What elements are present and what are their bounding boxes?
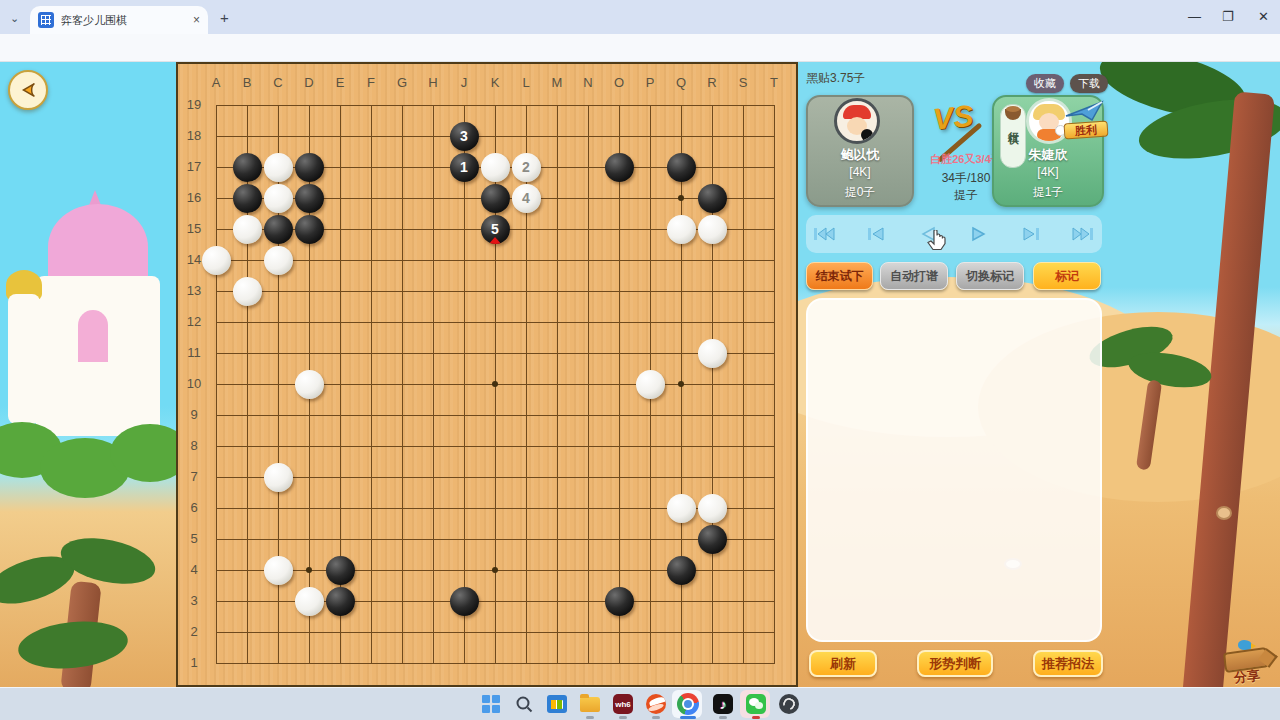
stone-B17[interactable] bbox=[233, 153, 262, 182]
star-point bbox=[678, 195, 684, 201]
star-point bbox=[678, 381, 684, 387]
stone-R6[interactable] bbox=[698, 494, 727, 523]
col-label: C bbox=[263, 75, 293, 90]
row-label: 10 bbox=[180, 376, 208, 391]
windows-taskbar bbox=[0, 687, 1280, 720]
last-move-marker bbox=[487, 237, 503, 244]
col-label: E bbox=[325, 75, 355, 90]
nav-next-move-button[interactable] bbox=[965, 222, 993, 246]
stone-Q6[interactable] bbox=[667, 494, 696, 523]
nav-next-10-button[interactable] bbox=[1017, 222, 1045, 246]
window-minimize-button[interactable]: — bbox=[1188, 9, 1201, 24]
row-label: 8 bbox=[180, 438, 208, 453]
obs-icon[interactable] bbox=[777, 692, 801, 716]
file-explorer-icon[interactable] bbox=[578, 692, 602, 716]
stone-R16[interactable] bbox=[698, 184, 727, 213]
refresh-button[interactable]: 刷新 bbox=[809, 650, 877, 677]
col-label: F bbox=[356, 75, 386, 90]
col-label: J bbox=[449, 75, 479, 90]
castle-window bbox=[78, 310, 108, 362]
stone-L16[interactable]: 4 bbox=[512, 184, 541, 213]
tiktok-icon[interactable]: ♪ bbox=[711, 692, 735, 716]
komi-text: 黑贴3.75子 bbox=[806, 70, 865, 87]
stone-D16[interactable] bbox=[295, 184, 324, 213]
toggle-marks-button[interactable]: 切换标记 bbox=[956, 262, 1024, 290]
stone-R15[interactable] bbox=[698, 215, 727, 244]
col-label: T bbox=[759, 75, 789, 90]
col-label: R bbox=[697, 75, 727, 90]
stone-J18[interactable]: 3 bbox=[450, 122, 479, 151]
nav-last-move-button[interactable] bbox=[1069, 222, 1097, 246]
suggest-move-button[interactable]: 推荐招法 bbox=[1033, 650, 1103, 677]
comment-panel bbox=[806, 298, 1102, 642]
back-button[interactable] bbox=[8, 70, 48, 110]
close-tab-icon[interactable]: × bbox=[193, 13, 200, 27]
row-label: 2 bbox=[180, 624, 208, 639]
back-arrow-icon bbox=[17, 79, 39, 101]
wechat-icon[interactable] bbox=[744, 692, 768, 716]
col-label: P bbox=[635, 75, 665, 90]
site-favicon bbox=[38, 12, 54, 28]
move-navigation-bar bbox=[806, 215, 1102, 253]
chrome-active-indicator bbox=[680, 716, 696, 719]
star-point bbox=[492, 567, 498, 573]
stone-Q4[interactable] bbox=[667, 556, 696, 585]
victory-badge: 胜利 bbox=[1062, 100, 1110, 140]
shell bbox=[1216, 506, 1232, 520]
palm-leaf bbox=[57, 530, 160, 591]
stone-C16[interactable] bbox=[264, 184, 293, 213]
microsoft-store-icon[interactable] bbox=[545, 692, 569, 716]
chrome-icon[interactable] bbox=[676, 692, 700, 716]
vs-logo: VS bbox=[931, 97, 988, 154]
col-label: O bbox=[604, 75, 634, 90]
stone-D17[interactable] bbox=[295, 153, 324, 182]
row-label: 11 bbox=[180, 345, 208, 360]
browser-tab-strip: ⌄ 弈客少儿围棋 × + — ❐ ✕ bbox=[0, 0, 1280, 34]
star-point bbox=[492, 381, 498, 387]
stone-O3[interactable] bbox=[605, 587, 634, 616]
row-label: 12 bbox=[180, 314, 208, 329]
browser-tab[interactable]: 弈客少儿围棋 × bbox=[30, 6, 208, 34]
stone-J3[interactable] bbox=[450, 587, 479, 616]
stone-bowl-icon bbox=[1005, 109, 1021, 120]
white-player-captures: 提1子 bbox=[992, 184, 1104, 201]
row-label: 17 bbox=[180, 159, 208, 174]
stone-E4[interactable] bbox=[326, 556, 355, 585]
row-label: 1 bbox=[180, 655, 208, 670]
stone-K15[interactable]: 5 bbox=[481, 215, 510, 244]
col-label: H bbox=[418, 75, 448, 90]
col-label: Q bbox=[666, 75, 696, 90]
go-board[interactable]: ABCDEFGHJKLMNOPQRST 19181716151413121110… bbox=[176, 62, 798, 687]
stone-J17[interactable]: 1 bbox=[450, 153, 479, 182]
stone-D3[interactable] bbox=[295, 587, 324, 616]
auto-replay-button[interactable]: 自动打谱 bbox=[880, 262, 948, 290]
stone-K17[interactable] bbox=[481, 153, 510, 182]
row-label: 7 bbox=[180, 469, 208, 484]
stone-Q17[interactable] bbox=[667, 153, 696, 182]
col-label: D bbox=[294, 75, 324, 90]
red-app-icon[interactable]: wh6 bbox=[611, 692, 635, 716]
col-label: L bbox=[511, 75, 541, 90]
system-tray: ^ 58 S 14:20 2024/10/11 bbox=[1264, 687, 1280, 720]
running-indicator bbox=[652, 716, 660, 719]
row-label: 16 bbox=[180, 190, 208, 205]
window-restore-button[interactable]: ❐ bbox=[1222, 9, 1234, 24]
position-judge-button[interactable]: 形势判断 bbox=[917, 650, 993, 677]
stone-D10[interactable] bbox=[295, 370, 324, 399]
mouse-cursor bbox=[926, 230, 948, 256]
window-close-button[interactable]: ✕ bbox=[1258, 9, 1269, 24]
share-sign[interactable]: 分享 bbox=[1224, 640, 1276, 686]
col-label: S bbox=[728, 75, 758, 90]
stone-Q15[interactable] bbox=[667, 215, 696, 244]
col-label: G bbox=[387, 75, 417, 90]
row-label: 13 bbox=[180, 283, 208, 298]
row-label: 18 bbox=[180, 128, 208, 143]
star-point bbox=[306, 567, 312, 573]
running-indicator bbox=[619, 716, 627, 719]
running-indicator bbox=[586, 716, 594, 719]
download-button[interactable]: 下载 bbox=[1070, 74, 1108, 93]
wechat-notification-indicator bbox=[752, 716, 760, 719]
end-trial-button[interactable]: 结束试下 bbox=[806, 262, 873, 290]
black-player-captures: 提0子 bbox=[806, 184, 914, 201]
castle-tower bbox=[8, 294, 40, 424]
stone-C4[interactable] bbox=[264, 556, 293, 585]
row-label: 3 bbox=[180, 593, 208, 608]
stone-B16[interactable] bbox=[233, 184, 262, 213]
row-label: 5 bbox=[180, 531, 208, 546]
stone-B15[interactable] bbox=[233, 215, 262, 244]
col-label: A bbox=[201, 75, 231, 90]
search-icon[interactable] bbox=[512, 692, 536, 716]
orange-app-icon[interactable] bbox=[644, 692, 668, 716]
stone-R11[interactable] bbox=[698, 339, 727, 368]
browser-toolbar: ← → kaoshi.yikeweiqi.com/ifk/chess_detai… bbox=[0, 34, 1280, 62]
running-indicator bbox=[719, 716, 727, 719]
collect-button[interactable]: 收藏 bbox=[1026, 74, 1064, 93]
left-decor-scene bbox=[0, 62, 176, 687]
col-label: M bbox=[542, 75, 572, 90]
black-player-rank: [4K] bbox=[806, 165, 914, 179]
stone-C14[interactable] bbox=[264, 246, 293, 275]
stone-P10[interactable] bbox=[636, 370, 665, 399]
black-player-avatar bbox=[834, 98, 880, 144]
tab-title: 弈客少儿围棋 bbox=[61, 13, 186, 28]
black-player-name: 鲍以忱 bbox=[806, 146, 914, 164]
palm-leaf bbox=[16, 616, 130, 673]
stone-C15[interactable] bbox=[264, 215, 293, 244]
row-label: 19 bbox=[180, 97, 208, 112]
stone-C7[interactable] bbox=[264, 463, 293, 492]
nav-prev-10-button[interactable] bbox=[862, 222, 890, 246]
row-label: 6 bbox=[180, 500, 208, 515]
row-label: 15 bbox=[180, 221, 208, 236]
nav-first-move-button[interactable] bbox=[810, 222, 838, 246]
col-label: B bbox=[232, 75, 262, 90]
stone-B13[interactable] bbox=[233, 277, 262, 306]
stone-A14[interactable] bbox=[202, 246, 231, 275]
stone-L17[interactable]: 2 bbox=[512, 153, 541, 182]
tab-search-chevron-icon[interactable]: ⌄ bbox=[10, 12, 19, 25]
new-tab-button[interactable]: + bbox=[220, 9, 229, 26]
start-button[interactable] bbox=[479, 692, 503, 716]
stone-O17[interactable] bbox=[605, 153, 634, 182]
white-player-name: 朱婕欣 bbox=[992, 146, 1104, 164]
stone-D15[interactable] bbox=[295, 215, 324, 244]
row-label: 9 bbox=[180, 407, 208, 422]
mark-button[interactable]: 标记 bbox=[1033, 262, 1101, 290]
white-player-rank: [4K] bbox=[992, 165, 1104, 179]
stone-E3[interactable] bbox=[326, 587, 355, 616]
col-label: K bbox=[480, 75, 510, 90]
stone-K16[interactable] bbox=[481, 184, 510, 213]
share-label: 分享 bbox=[1233, 667, 1261, 688]
col-label: N bbox=[573, 75, 603, 90]
stone-C17[interactable] bbox=[264, 153, 293, 182]
stone-R5[interactable] bbox=[698, 525, 727, 554]
row-label: 4 bbox=[180, 562, 208, 577]
